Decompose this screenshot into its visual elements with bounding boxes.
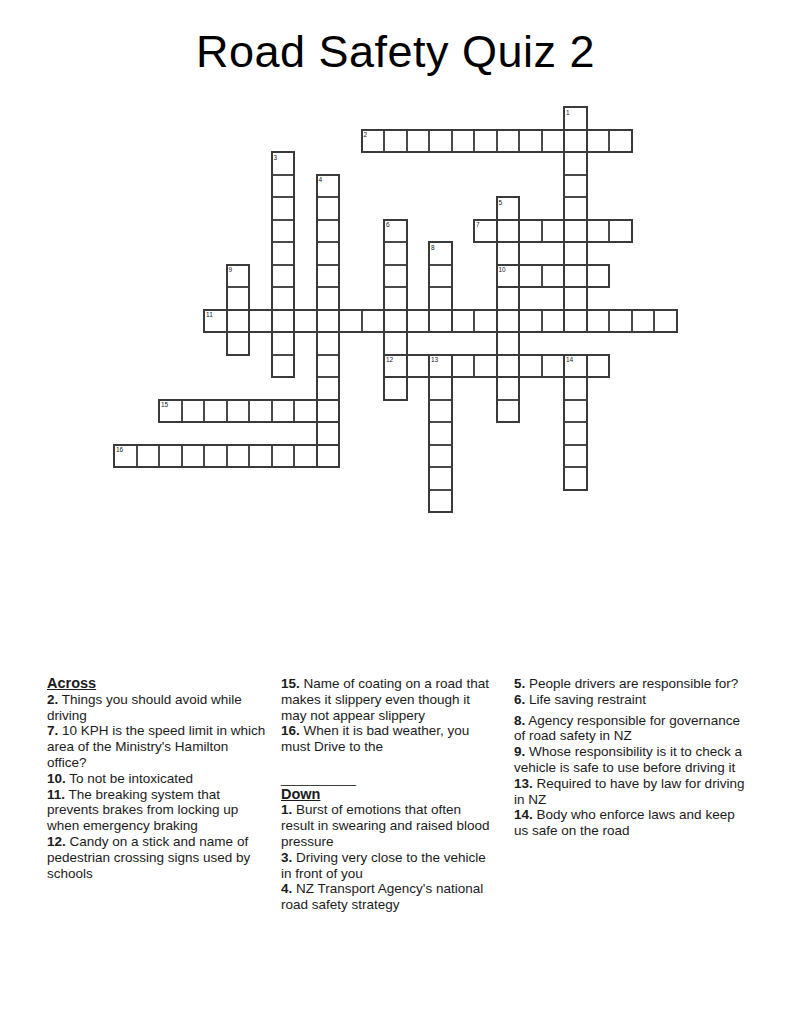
clue-item: 14. Body who enforce laws and keep us sa…: [514, 807, 746, 839]
grid-cell[interactable]: [609, 130, 632, 153]
grid-cell[interactable]: [294, 400, 317, 423]
clue-num: 16.: [281, 723, 300, 738]
grid-cell[interactable]: [542, 310, 565, 333]
grid-cell[interactable]: [609, 220, 632, 243]
grid-cell[interactable]: [497, 355, 520, 378]
page: Road Safety Quiz 2 123456789101112131415…: [0, 0, 791, 1024]
grid-cell[interactable]: [632, 310, 655, 333]
grid-cell[interactable]: [654, 310, 677, 333]
puzzle-title: Road Safety Quiz 2: [0, 26, 791, 78]
grid-cell[interactable]: [564, 265, 587, 288]
grid-cell[interactable]: [384, 242, 407, 265]
grid-cell[interactable]: [159, 445, 182, 468]
grid-cell[interactable]: [474, 130, 497, 153]
clue-column-across: Across2. Things you should avoid while d…: [47, 676, 271, 881]
grid-cell[interactable]: [497, 265, 520, 288]
answer-blank: __________: [281, 771, 492, 787]
clue-num: 14.: [514, 807, 533, 822]
grid-cell[interactable]: [317, 310, 340, 333]
grid-cell[interactable]: [429, 490, 452, 513]
grid-cell[interactable]: [272, 265, 295, 288]
grid-cell[interactable]: [204, 445, 227, 468]
grid-cell[interactable]: [429, 287, 452, 310]
across-header: Across: [47, 676, 271, 692]
grid-cell[interactable]: [317, 197, 340, 220]
down-header: Down: [281, 787, 492, 803]
grid-cell[interactable]: [429, 445, 452, 468]
grid-cell[interactable]: [429, 242, 452, 265]
clue-num: 5.: [514, 676, 525, 691]
grid-cell[interactable]: [272, 220, 295, 243]
clue-item: 13. Required to have by law for driving …: [514, 776, 746, 808]
grid-cell[interactable]: [159, 400, 182, 423]
clue-item: 8. Agency responsible for governance of …: [514, 713, 746, 745]
grid-cell[interactable]: [497, 310, 520, 333]
grid-cell[interactable]: [497, 400, 520, 423]
grid-cell[interactable]: [429, 467, 452, 490]
grid-cell[interactable]: [249, 445, 272, 468]
grid-cell[interactable]: [137, 445, 160, 468]
clue-num: 10.: [47, 771, 66, 786]
grid-cell[interactable]: [384, 310, 407, 333]
grid-cell[interactable]: [114, 445, 137, 468]
grid-cell[interactable]: [317, 445, 340, 468]
grid-cell[interactable]: [587, 265, 610, 288]
grid-cell[interactable]: [587, 130, 610, 153]
clue-column-middle: 15. Name of coating on a road that makes…: [281, 676, 492, 913]
grid-cell[interactable]: [204, 400, 227, 423]
grid-cell[interactable]: [497, 287, 520, 310]
clue-num: 2.: [47, 692, 58, 707]
clue-column-down: 5. People drivers are responsible for?6.…: [514, 676, 746, 839]
grid-cell[interactable]: [317, 332, 340, 355]
grid-cell[interactable]: [497, 130, 520, 153]
grid-cell[interactable]: [407, 130, 430, 153]
grid-cell[interactable]: [384, 287, 407, 310]
clue-num: 1.: [281, 802, 292, 817]
grid-cell[interactable]: [497, 332, 520, 355]
clue-item: 2. Things you should avoid while driving: [47, 692, 271, 724]
grid-cell[interactable]: [294, 445, 317, 468]
clue-num: 3.: [281, 850, 292, 865]
grid-cell[interactable]: [519, 355, 542, 378]
grid-cell[interactable]: [564, 400, 587, 423]
grid-cell[interactable]: [272, 332, 295, 355]
grid-cell[interactable]: [542, 355, 565, 378]
grid-cell[interactable]: [407, 310, 430, 333]
grid-cell[interactable]: [272, 310, 295, 333]
clue-item: 3. Driving very close to the vehicle in …: [281, 850, 492, 882]
clue-item: 1. Burst of emotions that often result i…: [281, 802, 492, 849]
grid-cell[interactable]: [474, 355, 497, 378]
grid-cell[interactable]: [384, 332, 407, 355]
clue-item: 7. 10 KPH is the speed limit in which ar…: [47, 723, 271, 770]
grid-cell[interactable]: [587, 310, 610, 333]
grid-cell[interactable]: [564, 220, 587, 243]
grid-cell[interactable]: [564, 467, 587, 490]
grid-cell[interactable]: [564, 355, 587, 378]
clue-item: 10. To not be intoxicated: [47, 771, 271, 787]
grid-cell[interactable]: [564, 197, 587, 220]
grid-cell[interactable]: [339, 310, 362, 333]
grid-cell[interactable]: [542, 130, 565, 153]
clue-item: 12. Candy on a stick and name of pedestr…: [47, 834, 271, 881]
grid-cell[interactable]: [474, 310, 497, 333]
grid-cell[interactable]: [182, 445, 205, 468]
grid-cell[interactable]: [227, 287, 250, 310]
grid-cell[interactable]: [542, 220, 565, 243]
grid-cell[interactable]: [272, 175, 295, 198]
grid-cell[interactable]: [384, 377, 407, 400]
grid-cell[interactable]: [564, 422, 587, 445]
grid-cell[interactable]: [429, 422, 452, 445]
clue-item: 15. Name of coating on a road that makes…: [281, 676, 492, 723]
grid-cell[interactable]: [474, 220, 497, 243]
grid-cell[interactable]: [272, 445, 295, 468]
grid-cell[interactable]: [384, 355, 407, 378]
clue-num: 9.: [514, 744, 525, 759]
grid-cell[interactable]: [452, 310, 475, 333]
clue-num: 6.: [514, 692, 525, 707]
grid-cell[interactable]: [564, 242, 587, 265]
grid-cell[interactable]: [452, 130, 475, 153]
grid-cell[interactable]: [429, 377, 452, 400]
grid-cell[interactable]: [407, 355, 430, 378]
grid-cell[interactable]: [272, 287, 295, 310]
grid-cell[interactable]: [542, 265, 565, 288]
grid-cell[interactable]: [362, 130, 385, 153]
grid-cell[interactable]: [317, 355, 340, 378]
grid-cell[interactable]: [564, 445, 587, 468]
grid-cell[interactable]: [272, 242, 295, 265]
grid-cell[interactable]: [272, 355, 295, 378]
grid-cell[interactable]: [249, 310, 272, 333]
grid-cell[interactable]: [227, 445, 250, 468]
grid-cell[interactable]: [272, 400, 295, 423]
grid-cell[interactable]: [564, 107, 587, 130]
grid-cell[interactable]: [519, 310, 542, 333]
grid-cell[interactable]: [317, 422, 340, 445]
clue-num: 8.: [514, 713, 525, 728]
grid-cell[interactable]: [384, 220, 407, 243]
grid-cell[interactable]: [317, 220, 340, 243]
grid-cell[interactable]: [272, 197, 295, 220]
clue-num: 7.: [47, 723, 58, 738]
clue-num: 12.: [47, 834, 66, 849]
grid-cell[interactable]: [227, 400, 250, 423]
grid-cell[interactable]: [227, 332, 250, 355]
grid-cell[interactable]: [204, 310, 227, 333]
grid-cell[interactable]: [227, 310, 250, 333]
grid-cell[interactable]: [564, 310, 587, 333]
grid-cell[interactable]: [429, 130, 452, 153]
clue-item: 16. When it is bad weather, you must Dri…: [281, 723, 492, 755]
grid-cell[interactable]: [519, 265, 542, 288]
grid-cell[interactable]: [272, 152, 295, 175]
grid-cell[interactable]: [497, 220, 520, 243]
clue-item: 11. The breaking system that prevents br…: [47, 787, 271, 834]
clue-num: 15.: [281, 676, 300, 691]
clue-num: 4.: [281, 881, 292, 896]
grid-cell[interactable]: [317, 377, 340, 400]
clue-item: 9. Whose responsibility is it to check a…: [514, 744, 746, 776]
crossword-grid: 12345678910111213141516: [114, 107, 678, 513]
grid-cell[interactable]: [227, 265, 250, 288]
grid-cell[interactable]: [429, 310, 452, 333]
grid-cell[interactable]: [519, 220, 542, 243]
grid-cell[interactable]: [587, 220, 610, 243]
grid-cell[interactable]: [519, 130, 542, 153]
clue-item: 4. NZ Transport Agency's national road s…: [281, 881, 492, 913]
grid-cell[interactable]: [452, 355, 475, 378]
grid-cell[interactable]: [384, 265, 407, 288]
grid-cell[interactable]: [429, 355, 452, 378]
grid-cell[interactable]: [317, 175, 340, 198]
grid-cell[interactable]: [317, 400, 340, 423]
clue-item: 5. People drivers are responsible for?: [514, 676, 746, 692]
grid-cell[interactable]: [564, 130, 587, 153]
grid-cell[interactable]: [429, 400, 452, 423]
grid-cell[interactable]: [497, 377, 520, 400]
grid-cell[interactable]: [182, 400, 205, 423]
grid-cell[interactable]: [362, 310, 385, 333]
grid-cell[interactable]: [564, 152, 587, 175]
grid-cell[interactable]: [564, 377, 587, 400]
grid-cell[interactable]: [497, 242, 520, 265]
grid-cell[interactable]: [587, 355, 610, 378]
grid-cell[interactable]: [564, 175, 587, 198]
grid-cell[interactable]: [384, 130, 407, 153]
grid-cell[interactable]: [609, 310, 632, 333]
clue-num: 11.: [47, 787, 65, 802]
grid-cell[interactable]: [317, 265, 340, 288]
grid-cell[interactable]: [294, 310, 317, 333]
grid-cell[interactable]: [317, 287, 340, 310]
clue-num: 13.: [514, 776, 533, 791]
grid-cell[interactable]: [564, 287, 587, 310]
clue-item: 6. Life saving restraint: [514, 692, 746, 708]
grid-cell[interactable]: [317, 242, 340, 265]
grid-cell[interactable]: [249, 400, 272, 423]
grid-cell[interactable]: [497, 197, 520, 220]
grid-cell[interactable]: [429, 265, 452, 288]
